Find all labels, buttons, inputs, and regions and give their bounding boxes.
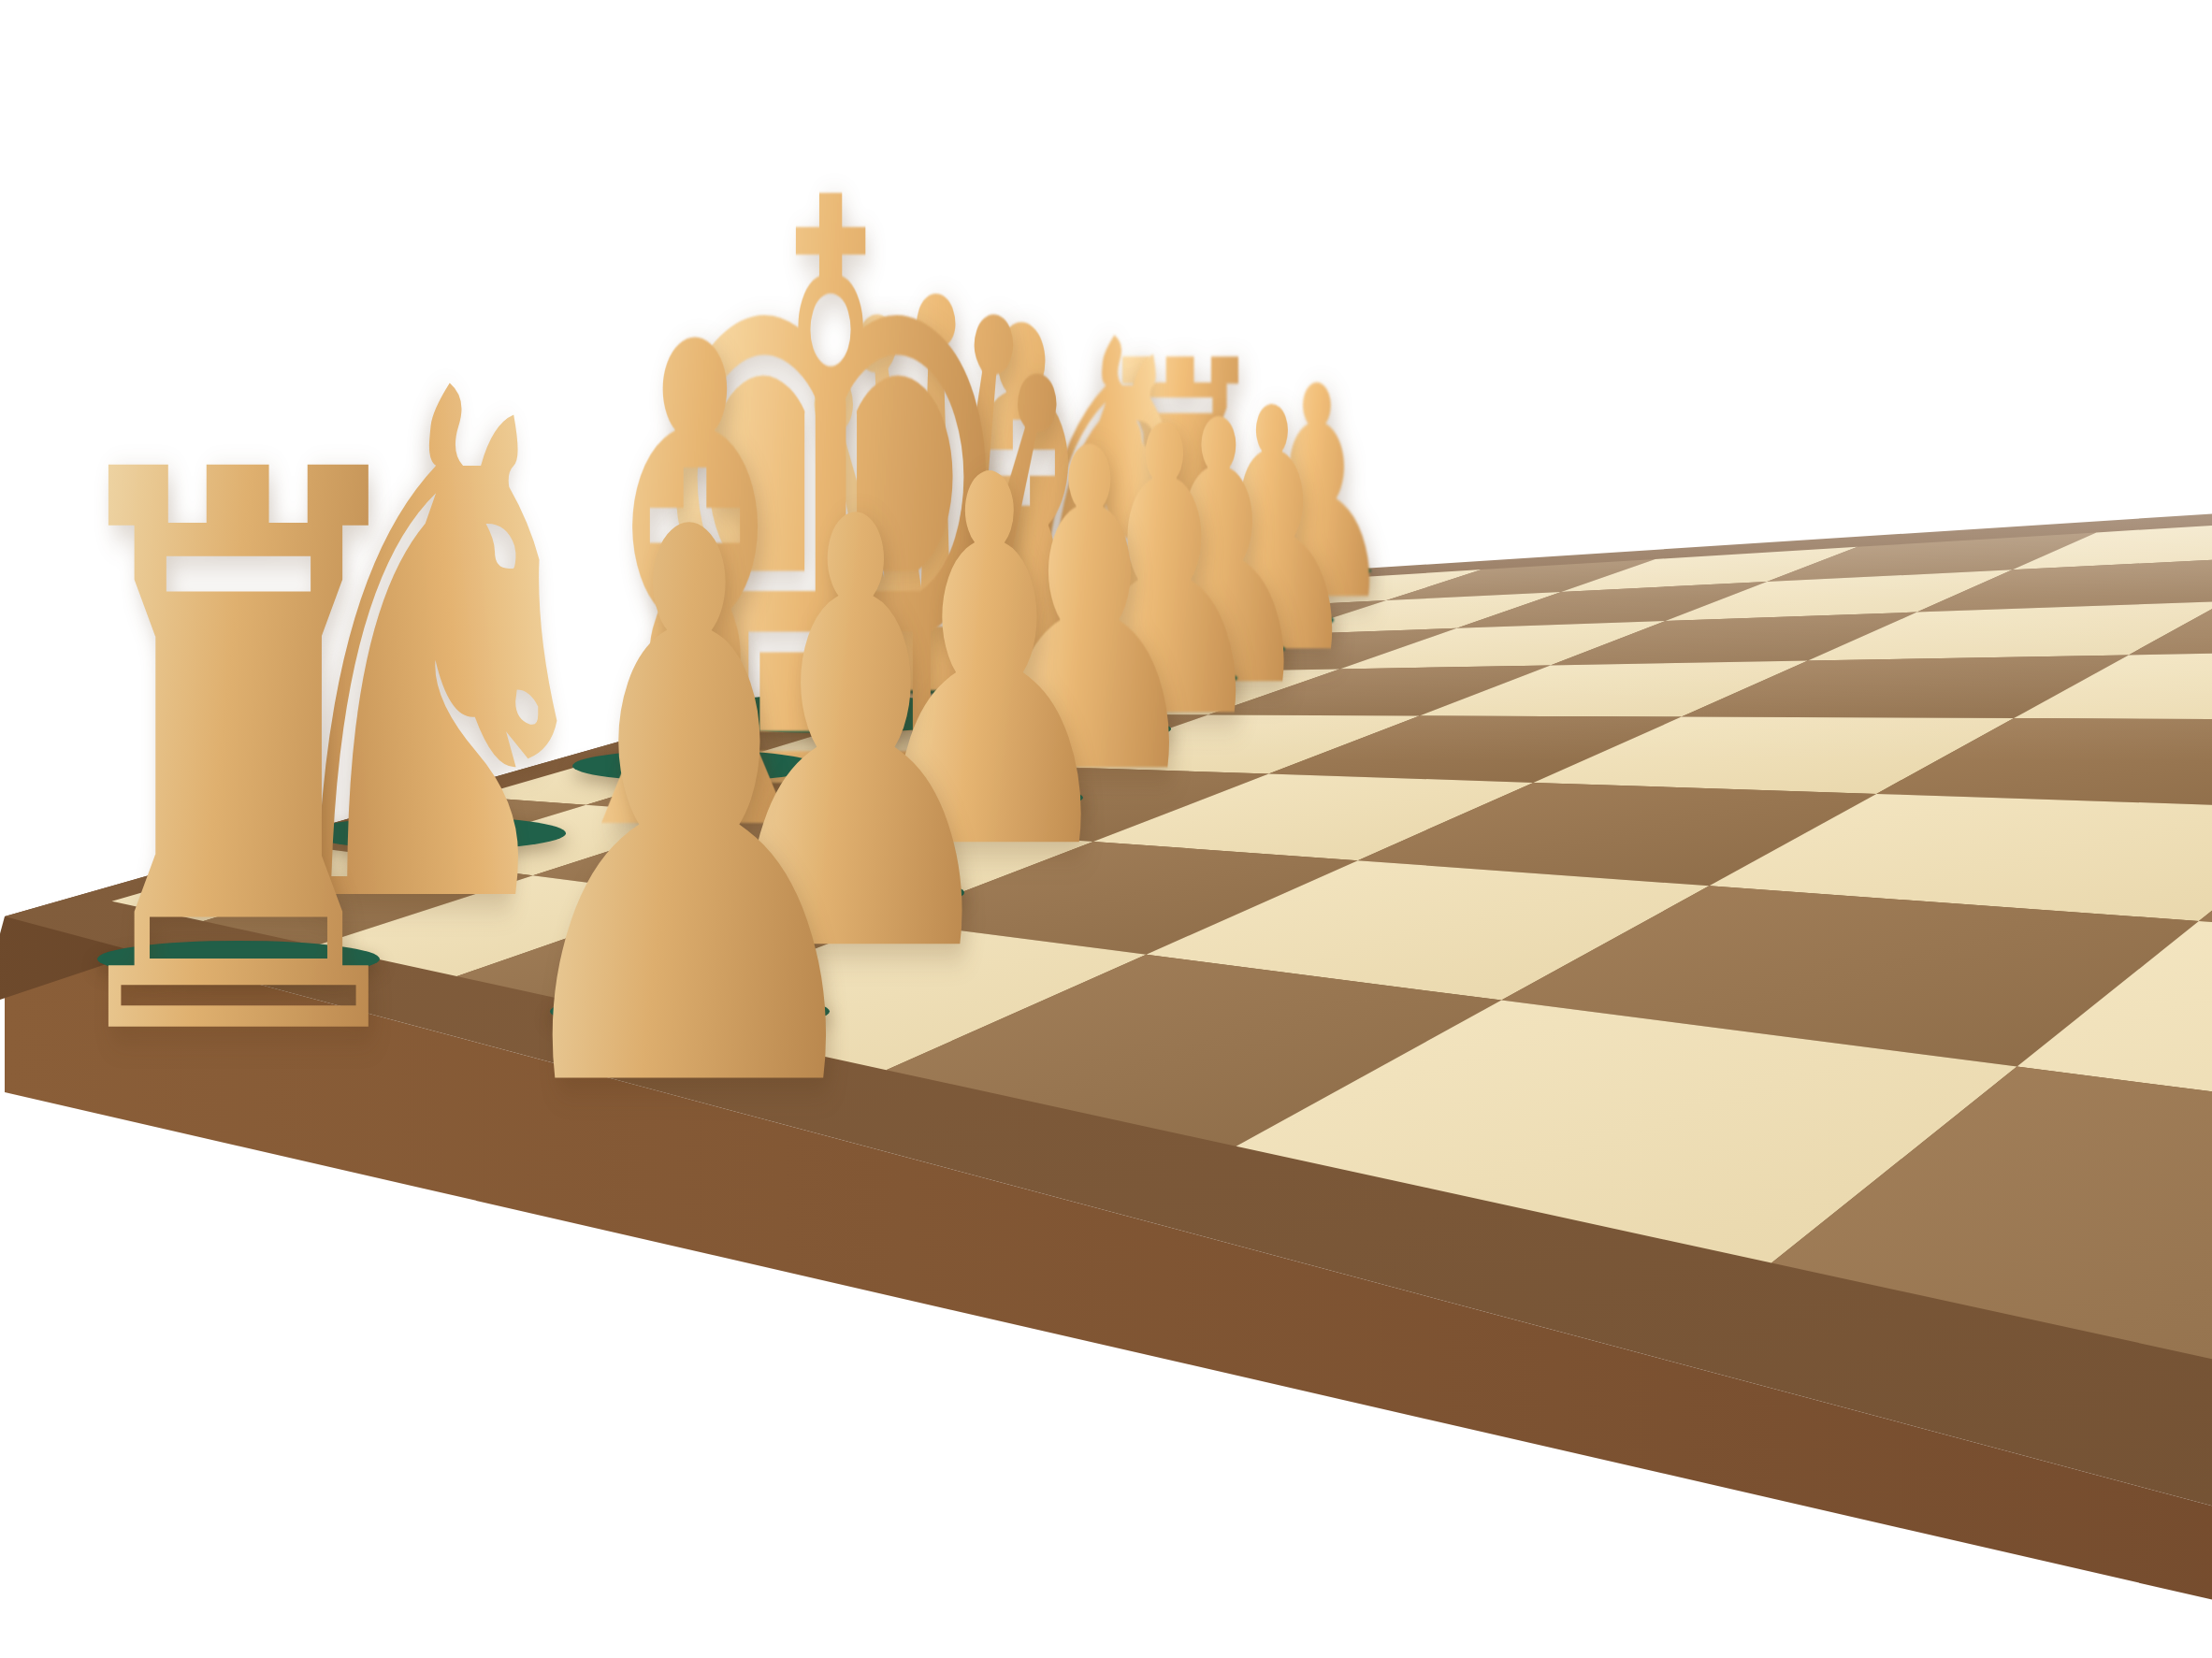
piece-white-pawn-h2: ♟	[484, 434, 893, 1194]
pieces-layer: ♜♞♝♛♚♝♞♜♟♟♟♟♟♟♟♟	[0, 0, 2212, 1658]
chessboard-photo: ♜♞♝♛♚♝♞♜♟♟♟♟♟♟♟♟	[0, 0, 2212, 1658]
piece-white-rook-h1: ♜	[32, 375, 446, 1145]
